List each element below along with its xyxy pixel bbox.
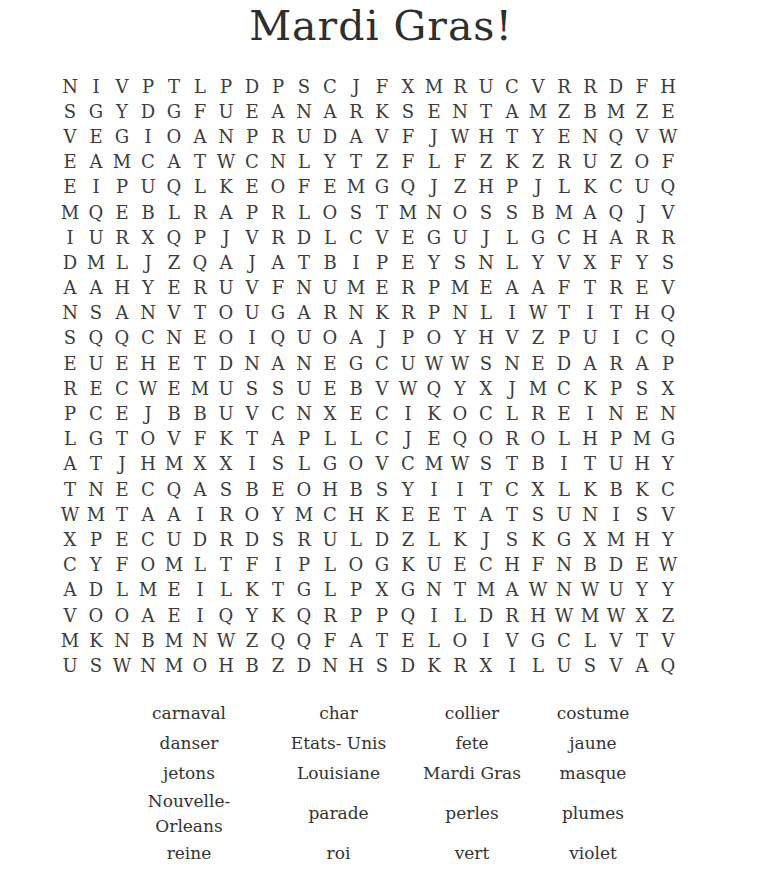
- grid-cell[interactable]: W: [447, 452, 473, 477]
- grid-cell[interactable]: D: [395, 653, 421, 678]
- grid-cell[interactable]: W: [603, 603, 629, 628]
- grid-cell[interactable]: Z: [629, 99, 655, 124]
- grid-cell[interactable]: U: [213, 99, 239, 124]
- grid-cell[interactable]: U: [603, 452, 629, 477]
- grid-cell[interactable]: Q: [655, 653, 681, 678]
- grid-cell[interactable]: D: [239, 74, 265, 99]
- grid-cell[interactable]: N: [239, 351, 265, 376]
- grid-cell[interactable]: I: [421, 603, 447, 628]
- grid-cell[interactable]: Y: [655, 578, 681, 603]
- grid-cell[interactable]: D: [213, 351, 239, 376]
- grid-cell[interactable]: M: [473, 578, 499, 603]
- grid-cell[interactable]: B: [239, 477, 265, 502]
- grid-cell[interactable]: T: [57, 477, 83, 502]
- grid-cell[interactable]: J: [421, 124, 447, 149]
- grid-cell[interactable]: N: [551, 553, 577, 578]
- grid-cell[interactable]: T: [265, 578, 291, 603]
- grid-cell[interactable]: J: [343, 74, 369, 99]
- grid-cell[interactable]: C: [473, 401, 499, 426]
- grid-cell[interactable]: X: [57, 527, 83, 552]
- grid-cell[interactable]: I: [421, 477, 447, 502]
- grid-cell[interactable]: M: [83, 250, 109, 275]
- grid-cell[interactable]: L: [499, 250, 525, 275]
- grid-cell[interactable]: V: [525, 74, 551, 99]
- grid-cell[interactable]: V: [603, 653, 629, 678]
- grid-cell[interactable]: I: [577, 301, 603, 326]
- grid-cell[interactable]: X: [577, 250, 603, 275]
- grid-cell[interactable]: G: [265, 301, 291, 326]
- grid-cell[interactable]: P: [291, 553, 317, 578]
- grid-cell[interactable]: P: [603, 427, 629, 452]
- grid-cell[interactable]: Y: [239, 603, 265, 628]
- grid-cell[interactable]: X: [135, 225, 161, 250]
- grid-cell[interactable]: V: [239, 225, 265, 250]
- grid-cell[interactable]: K: [395, 553, 421, 578]
- grid-cell[interactable]: Q: [161, 225, 187, 250]
- grid-cell[interactable]: C: [551, 628, 577, 653]
- grid-cell[interactable]: E: [109, 477, 135, 502]
- grid-cell[interactable]: K: [421, 653, 447, 678]
- grid-cell[interactable]: S: [239, 376, 265, 401]
- grid-cell[interactable]: N: [473, 250, 499, 275]
- grid-cell[interactable]: E: [317, 376, 343, 401]
- grid-cell[interactable]: I: [551, 452, 577, 477]
- grid-cell[interactable]: C: [135, 150, 161, 175]
- grid-cell[interactable]: S: [473, 351, 499, 376]
- grid-cell[interactable]: G: [551, 527, 577, 552]
- grid-cell[interactable]: T: [291, 250, 317, 275]
- grid-cell[interactable]: Q: [395, 175, 421, 200]
- grid-cell[interactable]: H: [629, 301, 655, 326]
- grid-cell[interactable]: R: [57, 376, 83, 401]
- grid-cell[interactable]: M: [343, 175, 369, 200]
- grid-cell[interactable]: E: [317, 351, 343, 376]
- grid-cell[interactable]: E: [655, 99, 681, 124]
- grid-cell[interactable]: B: [135, 628, 161, 653]
- grid-cell[interactable]: N: [447, 99, 473, 124]
- grid-cell[interactable]: P: [83, 527, 109, 552]
- grid-cell[interactable]: Q: [655, 326, 681, 351]
- grid-cell[interactable]: I: [603, 502, 629, 527]
- grid-cell[interactable]: D: [291, 225, 317, 250]
- grid-cell[interactable]: V: [161, 427, 187, 452]
- grid-cell[interactable]: L: [473, 301, 499, 326]
- grid-cell[interactable]: U: [447, 225, 473, 250]
- grid-cell[interactable]: U: [213, 276, 239, 301]
- grid-cell[interactable]: E: [57, 351, 83, 376]
- grid-cell[interactable]: L: [57, 427, 83, 452]
- grid-cell[interactable]: R: [291, 527, 317, 552]
- grid-cell[interactable]: Y: [109, 99, 135, 124]
- grid-cell[interactable]: X: [525, 477, 551, 502]
- grid-cell[interactable]: R: [187, 200, 213, 225]
- grid-cell[interactable]: I: [187, 502, 213, 527]
- grid-cell[interactable]: H: [525, 603, 551, 628]
- grid-cell[interactable]: Q: [395, 603, 421, 628]
- grid-cell[interactable]: R: [447, 74, 473, 99]
- grid-cell[interactable]: R: [551, 150, 577, 175]
- grid-cell[interactable]: S: [655, 250, 681, 275]
- grid-cell[interactable]: H: [213, 653, 239, 678]
- grid-cell[interactable]: S: [265, 376, 291, 401]
- grid-cell[interactable]: L: [343, 427, 369, 452]
- grid-cell[interactable]: P: [499, 175, 525, 200]
- grid-cell[interactable]: H: [473, 175, 499, 200]
- grid-cell[interactable]: K: [499, 150, 525, 175]
- grid-cell[interactable]: R: [213, 527, 239, 552]
- grid-cell[interactable]: Y: [447, 326, 473, 351]
- grid-cell[interactable]: R: [577, 74, 603, 99]
- grid-cell[interactable]: C: [109, 376, 135, 401]
- grid-cell[interactable]: T: [499, 124, 525, 149]
- grid-cell[interactable]: G: [369, 175, 395, 200]
- grid-cell[interactable]: P: [369, 250, 395, 275]
- grid-cell[interactable]: W: [525, 578, 551, 603]
- grid-cell[interactable]: M: [525, 376, 551, 401]
- grid-cell[interactable]: H: [473, 326, 499, 351]
- grid-cell[interactable]: F: [551, 276, 577, 301]
- grid-cell[interactable]: A: [499, 99, 525, 124]
- grid-cell[interactable]: V: [629, 124, 655, 149]
- grid-cell[interactable]: Z: [265, 653, 291, 678]
- grid-cell[interactable]: I: [83, 175, 109, 200]
- grid-cell[interactable]: R: [447, 653, 473, 678]
- grid-cell[interactable]: A: [187, 477, 213, 502]
- grid-cell[interactable]: L: [291, 150, 317, 175]
- grid-cell[interactable]: Q: [83, 326, 109, 351]
- grid-cell[interactable]: V: [499, 628, 525, 653]
- grid-cell[interactable]: Q: [447, 427, 473, 452]
- grid-cell[interactable]: I: [473, 628, 499, 653]
- grid-cell[interactable]: O: [447, 401, 473, 426]
- grid-cell[interactable]: U: [291, 326, 317, 351]
- grid-cell[interactable]: N: [577, 502, 603, 527]
- grid-cell[interactable]: Q: [291, 628, 317, 653]
- grid-cell[interactable]: M: [161, 553, 187, 578]
- grid-cell[interactable]: K: [525, 527, 551, 552]
- grid-cell[interactable]: F: [603, 250, 629, 275]
- grid-cell[interactable]: S: [447, 250, 473, 275]
- grid-cell[interactable]: F: [369, 74, 395, 99]
- grid-cell[interactable]: Q: [83, 200, 109, 225]
- grid-cell[interactable]: P: [109, 175, 135, 200]
- grid-cell[interactable]: X: [187, 452, 213, 477]
- grid-cell[interactable]: E: [161, 578, 187, 603]
- grid-cell[interactable]: F: [395, 150, 421, 175]
- grid-cell[interactable]: S: [499, 200, 525, 225]
- grid-cell[interactable]: C: [317, 502, 343, 527]
- grid-cell[interactable]: N: [551, 578, 577, 603]
- grid-cell[interactable]: C: [655, 477, 681, 502]
- grid-cell[interactable]: N: [317, 653, 343, 678]
- grid-cell[interactable]: N: [57, 301, 83, 326]
- grid-cell[interactable]: Z: [655, 603, 681, 628]
- grid-cell[interactable]: A: [109, 301, 135, 326]
- grid-cell[interactable]: U: [551, 653, 577, 678]
- grid-cell[interactable]: B: [343, 376, 369, 401]
- grid-cell[interactable]: I: [603, 326, 629, 351]
- grid-cell[interactable]: E: [629, 401, 655, 426]
- grid-cell[interactable]: J: [525, 175, 551, 200]
- grid-cell[interactable]: X: [473, 376, 499, 401]
- grid-cell[interactable]: Y: [265, 502, 291, 527]
- grid-cell[interactable]: F: [187, 427, 213, 452]
- grid-cell[interactable]: K: [447, 527, 473, 552]
- grid-cell[interactable]: J: [109, 452, 135, 477]
- grid-cell[interactable]: K: [577, 175, 603, 200]
- grid-cell[interactable]: R: [603, 351, 629, 376]
- grid-cell[interactable]: O: [135, 553, 161, 578]
- grid-cell[interactable]: L: [499, 401, 525, 426]
- grid-cell[interactable]: W: [447, 124, 473, 149]
- grid-cell[interactable]: G: [291, 578, 317, 603]
- grid-cell[interactable]: X: [655, 376, 681, 401]
- grid-cell[interactable]: A: [629, 653, 655, 678]
- grid-cell[interactable]: V: [109, 74, 135, 99]
- grid-cell[interactable]: I: [239, 452, 265, 477]
- grid-cell[interactable]: Z: [447, 175, 473, 200]
- grid-cell[interactable]: L: [291, 452, 317, 477]
- grid-cell[interactable]: E: [395, 628, 421, 653]
- grid-cell[interactable]: Q: [109, 326, 135, 351]
- grid-cell[interactable]: S: [395, 99, 421, 124]
- grid-cell[interactable]: P: [551, 326, 577, 351]
- grid-cell[interactable]: U: [291, 124, 317, 149]
- grid-cell[interactable]: I: [447, 477, 473, 502]
- grid-cell[interactable]: Q: [265, 628, 291, 653]
- grid-cell[interactable]: O: [213, 301, 239, 326]
- grid-cell[interactable]: W: [213, 150, 239, 175]
- grid-cell[interactable]: K: [577, 477, 603, 502]
- grid-cell[interactable]: Q: [655, 175, 681, 200]
- grid-cell[interactable]: J: [213, 225, 239, 250]
- grid-cell[interactable]: E: [239, 99, 265, 124]
- grid-cell[interactable]: N: [291, 351, 317, 376]
- grid-cell[interactable]: O: [213, 326, 239, 351]
- grid-cell[interactable]: R: [343, 99, 369, 124]
- grid-cell[interactable]: O: [317, 326, 343, 351]
- grid-cell[interactable]: O: [317, 200, 343, 225]
- grid-cell[interactable]: G: [317, 452, 343, 477]
- grid-cell[interactable]: D: [83, 578, 109, 603]
- grid-cell[interactable]: A: [603, 225, 629, 250]
- grid-cell[interactable]: Y: [525, 250, 551, 275]
- grid-cell[interactable]: U: [551, 502, 577, 527]
- grid-cell[interactable]: E: [551, 401, 577, 426]
- grid-cell[interactable]: T: [213, 553, 239, 578]
- grid-cell[interactable]: Q: [655, 301, 681, 326]
- grid-cell[interactable]: N: [421, 200, 447, 225]
- grid-cell[interactable]: A: [161, 502, 187, 527]
- grid-cell[interactable]: O: [447, 200, 473, 225]
- grid-cell[interactable]: Z: [239, 628, 265, 653]
- grid-cell[interactable]: U: [161, 527, 187, 552]
- grid-cell[interactable]: K: [577, 376, 603, 401]
- grid-cell[interactable]: S: [629, 376, 655, 401]
- grid-cell[interactable]: C: [317, 74, 343, 99]
- grid-cell[interactable]: K: [239, 578, 265, 603]
- grid-cell[interactable]: Z: [473, 150, 499, 175]
- grid-cell[interactable]: U: [629, 175, 655, 200]
- grid-cell[interactable]: R: [187, 276, 213, 301]
- grid-cell[interactable]: U: [577, 150, 603, 175]
- grid-cell[interactable]: S: [369, 653, 395, 678]
- grid-cell[interactable]: U: [317, 276, 343, 301]
- grid-cell[interactable]: T: [447, 502, 473, 527]
- grid-cell[interactable]: R: [551, 74, 577, 99]
- grid-cell[interactable]: Y: [135, 276, 161, 301]
- grid-cell[interactable]: S: [473, 452, 499, 477]
- grid-cell[interactable]: Z: [525, 326, 551, 351]
- grid-cell[interactable]: E: [447, 553, 473, 578]
- grid-cell[interactable]: J: [135, 401, 161, 426]
- grid-cell[interactable]: M: [57, 200, 83, 225]
- grid-cell[interactable]: M: [551, 200, 577, 225]
- grid-cell[interactable]: E: [83, 124, 109, 149]
- grid-cell[interactable]: A: [265, 250, 291, 275]
- grid-cell[interactable]: H: [577, 225, 603, 250]
- grid-cell[interactable]: A: [343, 326, 369, 351]
- grid-cell[interactable]: E: [265, 477, 291, 502]
- grid-cell[interactable]: P: [603, 376, 629, 401]
- grid-cell[interactable]: J: [473, 527, 499, 552]
- grid-cell[interactable]: S: [213, 477, 239, 502]
- grid-cell[interactable]: A: [343, 124, 369, 149]
- grid-cell[interactable]: Z: [551, 99, 577, 124]
- grid-cell[interactable]: K: [83, 628, 109, 653]
- grid-cell[interactable]: K: [369, 99, 395, 124]
- grid-cell[interactable]: H: [135, 351, 161, 376]
- grid-cell[interactable]: A: [629, 351, 655, 376]
- grid-cell[interactable]: E: [629, 276, 655, 301]
- grid-cell[interactable]: S: [265, 452, 291, 477]
- grid-cell[interactable]: O: [343, 452, 369, 477]
- grid-cell[interactable]: O: [135, 427, 161, 452]
- grid-cell[interactable]: A: [161, 150, 187, 175]
- grid-cell[interactable]: L: [317, 225, 343, 250]
- grid-cell[interactable]: M: [109, 150, 135, 175]
- grid-cell[interactable]: M: [161, 653, 187, 678]
- grid-cell[interactable]: T: [499, 502, 525, 527]
- grid-cell[interactable]: H: [135, 452, 161, 477]
- grid-cell[interactable]: T: [577, 452, 603, 477]
- grid-cell[interactable]: T: [369, 628, 395, 653]
- grid-cell[interactable]: B: [577, 99, 603, 124]
- grid-cell[interactable]: G: [655, 427, 681, 452]
- grid-cell[interactable]: E: [343, 401, 369, 426]
- grid-cell[interactable]: M: [395, 200, 421, 225]
- grid-cell[interactable]: B: [317, 250, 343, 275]
- grid-cell[interactable]: E: [421, 99, 447, 124]
- grid-cell[interactable]: O: [525, 427, 551, 452]
- grid-cell[interactable]: Y: [655, 452, 681, 477]
- grid-cell[interactable]: K: [629, 477, 655, 502]
- grid-cell[interactable]: P: [135, 74, 161, 99]
- grid-cell[interactable]: O: [447, 628, 473, 653]
- grid-cell[interactable]: A: [187, 124, 213, 149]
- grid-cell[interactable]: H: [629, 452, 655, 477]
- grid-cell[interactable]: I: [343, 250, 369, 275]
- grid-cell[interactable]: S: [473, 200, 499, 225]
- grid-cell[interactable]: T: [83, 452, 109, 477]
- grid-cell[interactable]: Z: [525, 150, 551, 175]
- grid-cell[interactable]: Y: [421, 250, 447, 275]
- grid-cell[interactable]: U: [83, 225, 109, 250]
- grid-cell[interactable]: A: [291, 301, 317, 326]
- grid-cell[interactable]: V: [551, 250, 577, 275]
- grid-cell[interactable]: G: [525, 628, 551, 653]
- grid-cell[interactable]: T: [369, 200, 395, 225]
- grid-cell[interactable]: D: [291, 653, 317, 678]
- grid-cell[interactable]: T: [343, 150, 369, 175]
- grid-cell[interactable]: B: [525, 452, 551, 477]
- grid-cell[interactable]: L: [577, 628, 603, 653]
- grid-cell[interactable]: E: [551, 124, 577, 149]
- grid-cell[interactable]: R: [603, 276, 629, 301]
- grid-cell[interactable]: Z: [603, 150, 629, 175]
- grid-cell[interactable]: F: [655, 150, 681, 175]
- grid-cell[interactable]: P: [213, 74, 239, 99]
- grid-cell[interactable]: V: [655, 200, 681, 225]
- grid-cell[interactable]: B: [525, 200, 551, 225]
- grid-cell[interactable]: R: [499, 603, 525, 628]
- grid-cell[interactable]: E: [57, 175, 83, 200]
- grid-cell[interactable]: M: [161, 452, 187, 477]
- grid-cell[interactable]: E: [317, 175, 343, 200]
- grid-cell[interactable]: L: [499, 225, 525, 250]
- grid-cell[interactable]: M: [135, 578, 161, 603]
- grid-cell[interactable]: M: [629, 427, 655, 452]
- grid-cell[interactable]: S: [83, 301, 109, 326]
- grid-cell[interactable]: D: [135, 99, 161, 124]
- grid-cell[interactable]: W: [395, 376, 421, 401]
- grid-cell[interactable]: L: [447, 603, 473, 628]
- grid-cell[interactable]: H: [473, 124, 499, 149]
- grid-cell[interactable]: Q: [213, 603, 239, 628]
- grid-cell[interactable]: T: [161, 74, 187, 99]
- grid-cell[interactable]: I: [577, 401, 603, 426]
- grid-cell[interactable]: M: [83, 502, 109, 527]
- grid-cell[interactable]: F: [239, 553, 265, 578]
- grid-cell[interactable]: M: [161, 628, 187, 653]
- grid-cell[interactable]: P: [187, 225, 213, 250]
- grid-cell[interactable]: Q: [421, 376, 447, 401]
- grid-cell[interactable]: E: [473, 276, 499, 301]
- grid-cell[interactable]: J: [421, 175, 447, 200]
- grid-cell[interactable]: C: [343, 225, 369, 250]
- grid-cell[interactable]: R: [525, 401, 551, 426]
- grid-cell[interactable]: D: [551, 351, 577, 376]
- grid-cell[interactable]: L: [421, 527, 447, 552]
- grid-cell[interactable]: E: [421, 502, 447, 527]
- grid-cell[interactable]: B: [239, 653, 265, 678]
- grid-cell[interactable]: D: [317, 124, 343, 149]
- grid-cell[interactable]: R: [265, 200, 291, 225]
- grid-cell[interactable]: J: [395, 427, 421, 452]
- grid-cell[interactable]: C: [499, 477, 525, 502]
- grid-cell[interactable]: M: [421, 74, 447, 99]
- grid-cell[interactable]: C: [395, 452, 421, 477]
- grid-cell[interactable]: K: [265, 603, 291, 628]
- grid-cell[interactable]: Y: [655, 527, 681, 552]
- grid-cell[interactable]: E: [161, 603, 187, 628]
- grid-cell[interactable]: P: [421, 276, 447, 301]
- grid-cell[interactable]: R: [265, 225, 291, 250]
- grid-cell[interactable]: W: [57, 502, 83, 527]
- grid-cell[interactable]: I: [395, 401, 421, 426]
- grid-cell[interactable]: T: [187, 351, 213, 376]
- grid-cell[interactable]: D: [603, 74, 629, 99]
